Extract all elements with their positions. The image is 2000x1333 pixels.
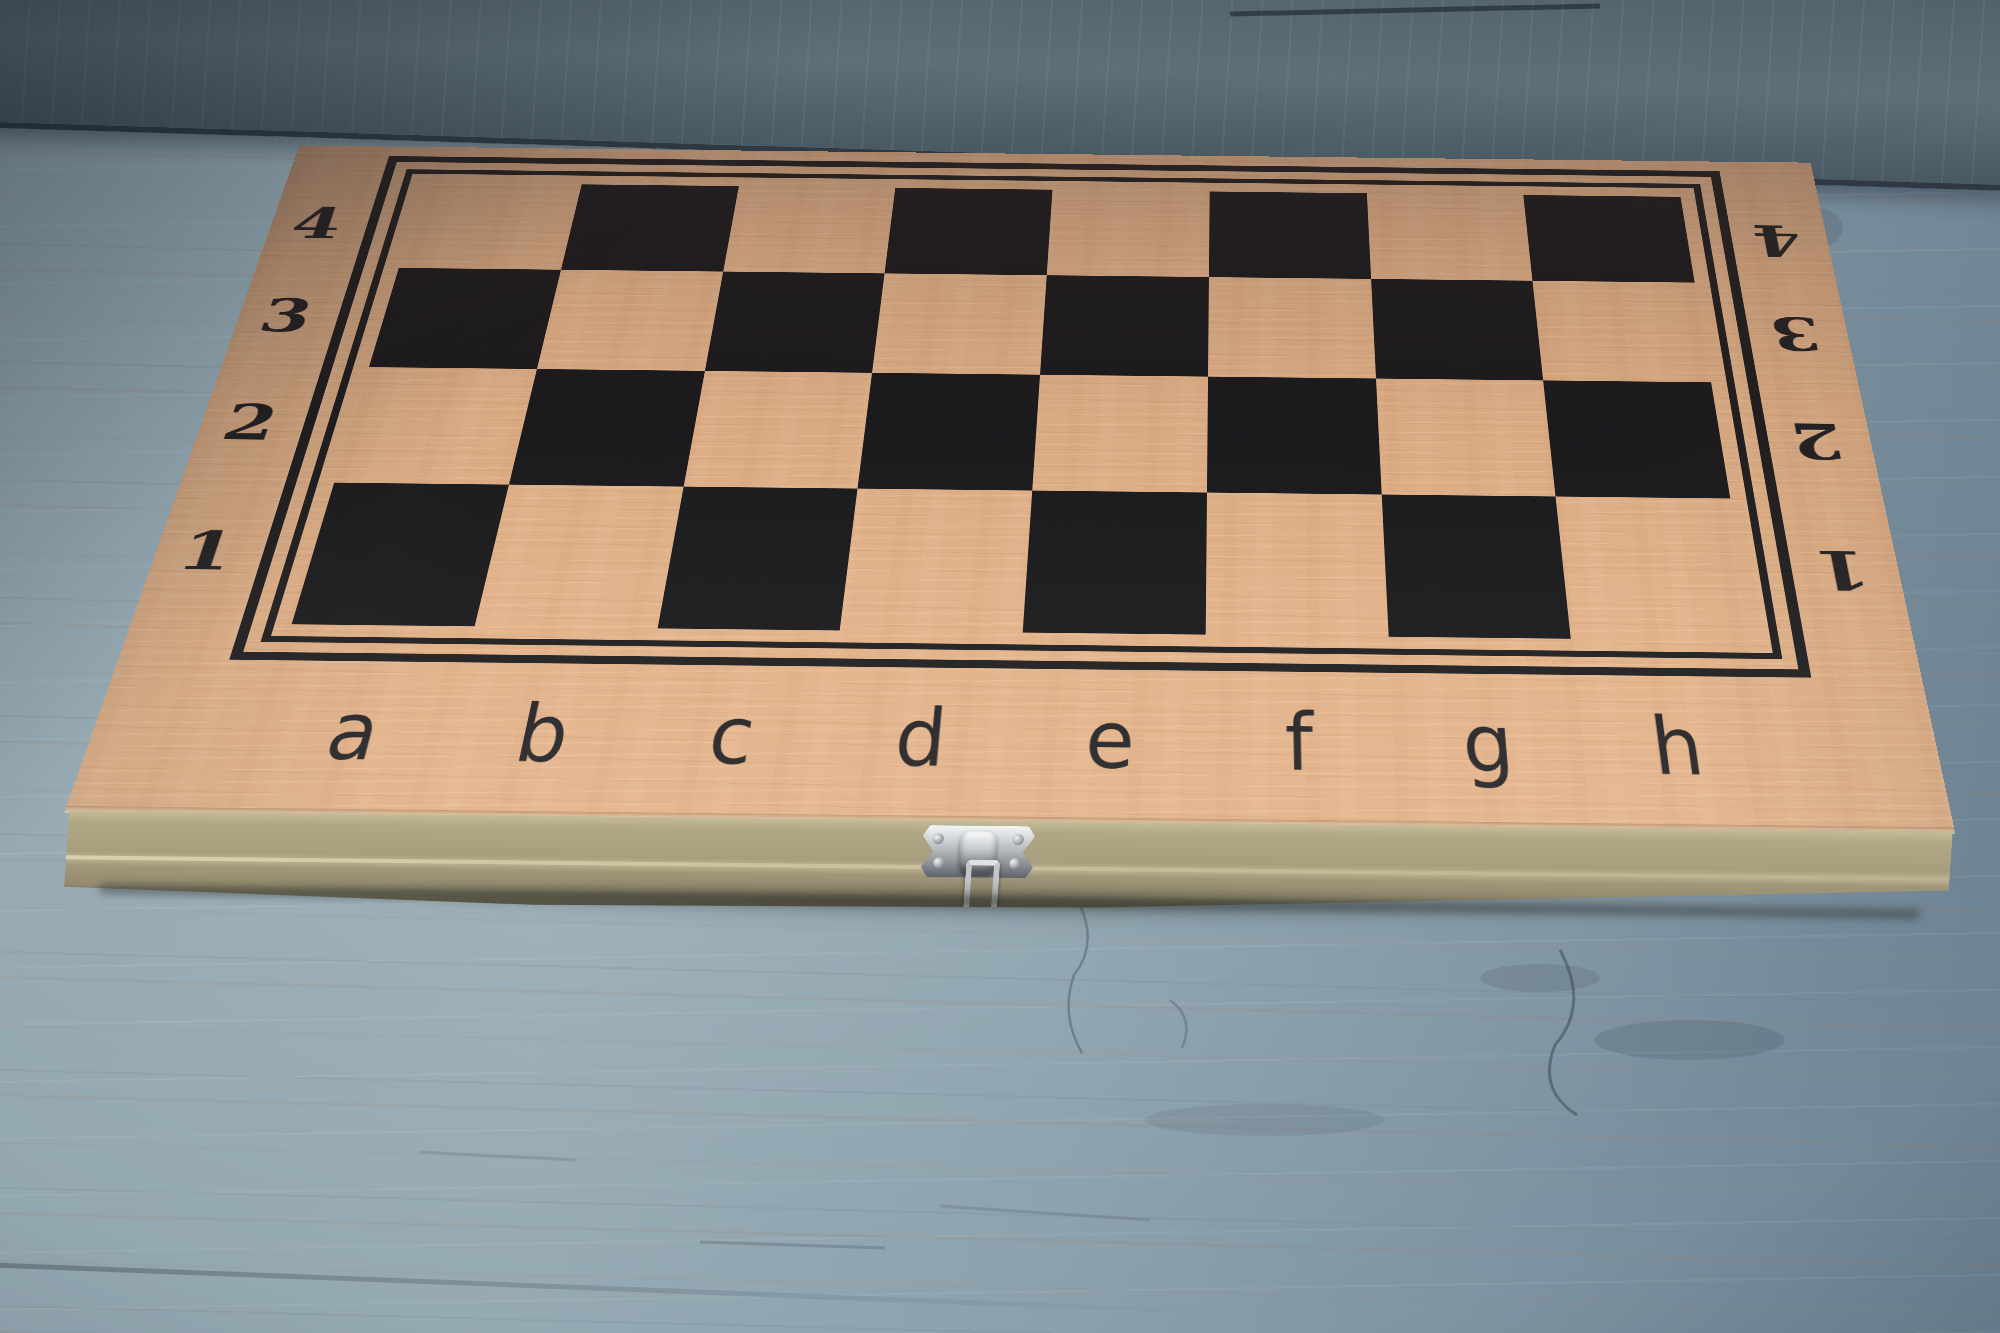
square-f1 — [1205, 493, 1388, 637]
file-label-g: g — [1460, 705, 1517, 785]
rank-label-right-2: 2 — [1786, 416, 1847, 465]
square-h4 — [1523, 195, 1694, 283]
file-label-d: d — [891, 699, 949, 778]
square-d2 — [858, 373, 1040, 491]
square-a2 — [334, 367, 537, 485]
file-label-h: h — [1647, 707, 1708, 787]
rank-label-right-3: 3 — [1766, 310, 1825, 356]
rank-label-right-4: 4 — [1749, 219, 1805, 262]
file-label-f: f — [1284, 703, 1314, 782]
square-b2 — [509, 369, 705, 487]
rank-label-left-1: 1 — [171, 524, 243, 577]
square-e3 — [1040, 275, 1209, 376]
square-f3 — [1208, 277, 1376, 378]
square-g3 — [1371, 279, 1544, 381]
chess-grid — [292, 183, 1754, 641]
square-g2 — [1376, 379, 1556, 497]
square-f2 — [1207, 377, 1382, 495]
square-c2 — [683, 371, 872, 489]
square-f4 — [1209, 191, 1371, 278]
file-label-a: a — [318, 693, 388, 772]
rank-label-left-3: 3 — [254, 293, 319, 339]
square-h1 — [1556, 496, 1754, 640]
square-b4 — [561, 184, 739, 271]
square-h3 — [1533, 281, 1711, 383]
square-c3 — [704, 272, 884, 373]
square-b1 — [474, 485, 683, 629]
board-top-face: 4321 4321 abcdefgh — [65, 146, 1955, 832]
square-d4 — [885, 188, 1053, 275]
square-a3 — [369, 268, 561, 369]
chess-board-box: 4321 4321 abcdefgh — [65, 0, 2000, 832]
square-g1 — [1381, 495, 1571, 639]
square-c4 — [723, 186, 896, 273]
file-label-e: e — [1084, 701, 1136, 780]
square-g4 — [1366, 193, 1532, 280]
square-e1 — [1023, 491, 1207, 635]
rank-label-left-4: 4 — [286, 202, 348, 245]
file-label-b: b — [509, 695, 577, 774]
file-label-c: c — [704, 697, 760, 776]
square-e4 — [1047, 190, 1210, 277]
square-h2 — [1543, 380, 1730, 498]
photo-scene: 4321 4321 abcdefgh — [0, 0, 2000, 1333]
rank-label-left-2: 2 — [216, 398, 284, 447]
square-c1 — [657, 487, 858, 631]
rank-label-right-1: 1 — [1810, 543, 1874, 597]
square-d1 — [840, 489, 1032, 633]
square-a4 — [399, 183, 582, 270]
file-labels: abcdefgh — [235, 660, 1785, 830]
square-e2 — [1032, 375, 1208, 493]
square-d3 — [872, 273, 1046, 374]
square-b3 — [537, 270, 723, 371]
